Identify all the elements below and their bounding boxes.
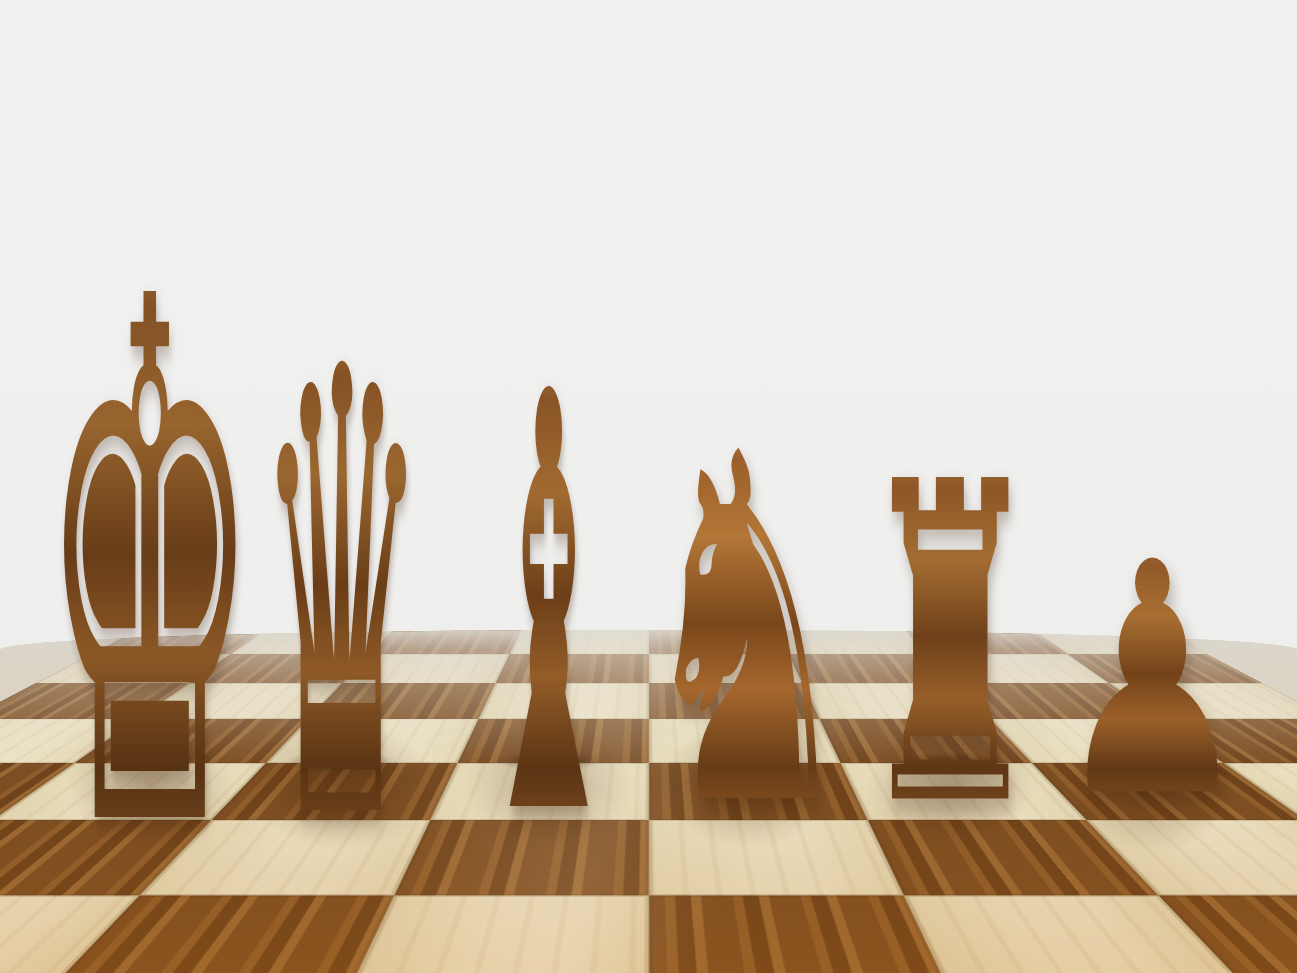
pieces-row: ♚♛♝♞♜♟ [0,0,1297,973]
scene: ♚♛♝♞♜♟ [0,0,1297,973]
pawn-glyph: ♟ [1054,520,1249,840]
piece-pawn: ♟ [972,446,1297,766]
